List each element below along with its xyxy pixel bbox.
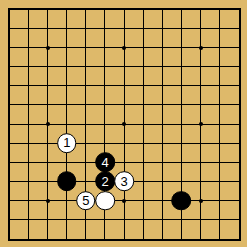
- grid-cell: [125, 125, 144, 144]
- grid-cell: [144, 67, 163, 86]
- grid-cell: [10, 10, 29, 29]
- grid-cell: [201, 67, 220, 86]
- grid-cell: [201, 144, 220, 163]
- grid-cell: [201, 105, 220, 124]
- grid-cell: [86, 125, 105, 144]
- grid-cell: [163, 163, 182, 182]
- grid-cell: [125, 67, 144, 86]
- grid-cell: [201, 86, 220, 105]
- grid-cell: [201, 201, 220, 220]
- grid-cell: [125, 144, 144, 163]
- grid-cell: [10, 220, 29, 239]
- grid-cell: [67, 10, 86, 29]
- grid-cell: [144, 105, 163, 124]
- grid-cell: [29, 220, 48, 239]
- grid-cell: [29, 86, 48, 105]
- grid-cell: [163, 29, 182, 48]
- star-point: [199, 199, 203, 203]
- grid-cell: [144, 220, 163, 239]
- grid-cell: [29, 105, 48, 124]
- black-stone-move-2[interactable]: 2: [95, 172, 115, 192]
- star-point: [199, 46, 203, 50]
- grid-cell: [144, 10, 163, 29]
- grid-cell: [201, 10, 220, 29]
- grid-cell: [201, 220, 220, 239]
- white-stone-move-3[interactable]: 3: [114, 172, 134, 192]
- star-point: [122, 122, 126, 126]
- grid-cell: [220, 201, 239, 220]
- grid-cell: [10, 201, 29, 220]
- grid-cell: [10, 48, 29, 67]
- grid-cell: [86, 105, 105, 124]
- grid-cell: [201, 125, 220, 144]
- grid-cell: [144, 144, 163, 163]
- move-number-label: 2: [101, 175, 108, 188]
- grid-cell: [163, 48, 182, 67]
- grid-cell: [144, 182, 163, 201]
- grid-cell: [105, 220, 124, 239]
- grid-cell: [105, 48, 124, 67]
- grid-cell: [67, 48, 86, 67]
- grid-cell: [163, 144, 182, 163]
- grid-cell: [48, 48, 67, 67]
- black-stone[interactable]: [172, 191, 192, 211]
- white-stone[interactable]: [95, 191, 115, 211]
- grid-cell: [125, 201, 144, 220]
- grid-cell: [48, 220, 67, 239]
- grid-cell: [220, 86, 239, 105]
- grid-cell: [201, 163, 220, 182]
- grid-cell: [182, 29, 201, 48]
- grid-cell: [125, 10, 144, 29]
- grid-cell: [144, 29, 163, 48]
- grid-cell: [48, 10, 67, 29]
- go-diagram: 12345: [0, 0, 247, 247]
- grid-cell: [29, 48, 48, 67]
- grid-cell: [182, 125, 201, 144]
- grid-cell: [125, 48, 144, 67]
- grid-cell: [220, 144, 239, 163]
- move-number-label: 4: [101, 156, 108, 169]
- grid-cell: [10, 105, 29, 124]
- grid-cell: [67, 105, 86, 124]
- grid-cell: [29, 125, 48, 144]
- grid-cell: [144, 48, 163, 67]
- grid-cell: [220, 220, 239, 239]
- grid-cell: [182, 48, 201, 67]
- grid-cell: [48, 201, 67, 220]
- grid-cell: [144, 163, 163, 182]
- grid-cell: [220, 48, 239, 67]
- grid-cell: [144, 201, 163, 220]
- grid-cell: [182, 144, 201, 163]
- grid-cell: [67, 67, 86, 86]
- grid-cell: [10, 67, 29, 86]
- grid-cell: [29, 182, 48, 201]
- grid-cell: [10, 86, 29, 105]
- grid-cell: [182, 10, 201, 29]
- grid-cell: [29, 67, 48, 86]
- move-number-label: 3: [120, 175, 127, 188]
- grid-cell: [105, 86, 124, 105]
- grid-cell: [67, 86, 86, 105]
- grid-cell: [86, 220, 105, 239]
- grid-cell: [182, 105, 201, 124]
- grid-cell: [220, 105, 239, 124]
- grid-cell: [182, 67, 201, 86]
- grid-cell: [105, 105, 124, 124]
- grid-cell: [105, 29, 124, 48]
- grid-cell: [163, 67, 182, 86]
- grid-cell: [163, 125, 182, 144]
- grid-cell: [48, 67, 67, 86]
- star-point: [122, 46, 126, 50]
- grid-cell: [67, 220, 86, 239]
- grid-cell: [29, 201, 48, 220]
- grid-cell: [105, 125, 124, 144]
- move-number-label: 1: [63, 137, 70, 150]
- grid-cell: [105, 67, 124, 86]
- grid-cell: [29, 144, 48, 163]
- grid-cell: [86, 86, 105, 105]
- black-stone-move-4[interactable]: 4: [95, 153, 115, 173]
- grid-cell: [10, 163, 29, 182]
- grid-cell: [220, 10, 239, 29]
- grid-cell: [125, 86, 144, 105]
- grid-cell: [29, 10, 48, 29]
- grid-cell: [144, 86, 163, 105]
- star-point: [46, 46, 50, 50]
- grid-cell: [86, 29, 105, 48]
- grid-cell: [182, 163, 201, 182]
- grid-cell: [220, 125, 239, 144]
- grid-cell: [48, 86, 67, 105]
- grid-cell: [48, 29, 67, 48]
- grid-cell: [86, 10, 105, 29]
- grid-cell: [86, 48, 105, 67]
- grid-cell: [220, 29, 239, 48]
- grid-cell: [125, 105, 144, 124]
- grid-cell: [10, 29, 29, 48]
- grid-cell: [86, 67, 105, 86]
- star-point: [122, 199, 126, 203]
- grid-cell: [182, 86, 201, 105]
- grid-cell: [182, 220, 201, 239]
- grid-cell: [10, 144, 29, 163]
- grid-cell: [201, 48, 220, 67]
- star-point: [46, 199, 50, 203]
- white-stone-move-1[interactable]: 1: [57, 133, 77, 153]
- grid-cell: [201, 29, 220, 48]
- white-stone-move-5[interactable]: 5: [76, 191, 96, 211]
- grid-cell: [220, 182, 239, 201]
- grid-cell: [163, 220, 182, 239]
- grid-cell: [10, 182, 29, 201]
- grid-cell: [220, 163, 239, 182]
- grid-cell: [67, 29, 86, 48]
- grid-cell: [125, 29, 144, 48]
- move-number-label: 5: [82, 194, 89, 207]
- grid-cell: [163, 86, 182, 105]
- grid-cell: [220, 67, 239, 86]
- grid-cell: [144, 125, 163, 144]
- star-point: [199, 122, 203, 126]
- grid-cell: [10, 125, 29, 144]
- black-stone[interactable]: [57, 172, 77, 192]
- grid-cell: [48, 105, 67, 124]
- grid-cell: [105, 10, 124, 29]
- star-point: [46, 122, 50, 126]
- grid-cell: [29, 163, 48, 182]
- grid-cell: [125, 220, 144, 239]
- grid-cell: [163, 10, 182, 29]
- grid-cell: [163, 105, 182, 124]
- grid-cell: [201, 182, 220, 201]
